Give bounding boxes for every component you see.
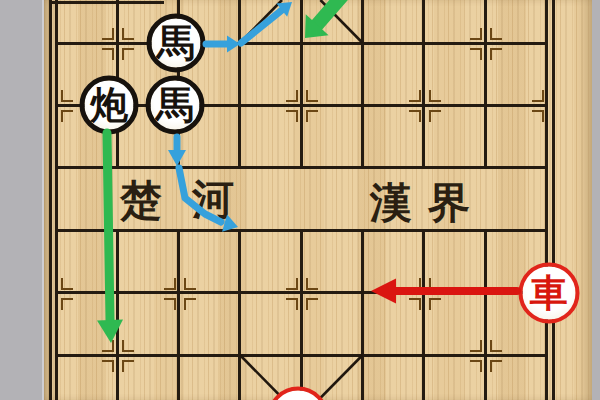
point-marker — [122, 48, 134, 60]
grid-vline — [361, 229, 364, 400]
point-marker — [61, 90, 73, 102]
piece-black-horse-upper[interactable]: 馬 — [146, 14, 205, 73]
point-marker — [122, 360, 134, 372]
point-marker — [490, 28, 502, 40]
river-char: 河 — [192, 172, 234, 228]
point-marker — [306, 90, 318, 102]
point-marker — [286, 298, 298, 310]
grid-vline — [300, 229, 303, 400]
piece-black-horse-lower[interactable]: 馬 — [145, 76, 204, 135]
point-marker — [409, 278, 421, 290]
point-marker — [184, 298, 196, 310]
point-marker — [306, 298, 318, 310]
grid-vline — [422, 229, 425, 400]
point-marker — [490, 340, 502, 352]
point-marker — [286, 278, 298, 290]
river-char: 界 — [428, 175, 470, 231]
piece-black-cannon[interactable]: 炮 — [80, 76, 139, 135]
point-marker — [102, 340, 114, 352]
point-marker — [102, 360, 114, 372]
point-marker — [409, 90, 421, 102]
point-marker — [409, 110, 421, 122]
river-char: 漢 — [370, 175, 412, 231]
piece-red-chariot[interactable]: 車 — [518, 262, 579, 323]
point-marker — [470, 340, 482, 352]
point-marker — [490, 48, 502, 60]
grid-hline — [50, 1, 164, 4]
xiangqi-board: 楚河漢界 馬炮馬車 — [0, 0, 600, 400]
point-marker — [102, 48, 114, 60]
grid-vline — [552, 0, 555, 400]
point-marker — [286, 110, 298, 122]
grid-vline — [177, 229, 180, 400]
point-marker — [122, 340, 134, 352]
point-marker — [532, 110, 544, 122]
point-marker — [470, 360, 482, 372]
point-marker — [184, 278, 196, 290]
grid-vline — [545, 0, 548, 400]
grid-vline — [55, 0, 58, 400]
point-marker — [429, 90, 441, 102]
grid-vline — [484, 229, 487, 400]
point-marker — [61, 278, 73, 290]
point-marker — [61, 110, 73, 122]
point-marker — [429, 278, 441, 290]
point-marker — [429, 298, 441, 310]
point-marker — [490, 360, 502, 372]
point-marker — [122, 28, 134, 40]
grid-vline — [116, 229, 119, 400]
river-char: 楚 — [120, 173, 162, 229]
point-marker — [409, 298, 421, 310]
grid-vline — [484, 0, 487, 169]
point-marker — [61, 298, 73, 310]
grid-vline — [238, 0, 241, 169]
point-marker — [306, 278, 318, 290]
grid-vline — [49, 0, 52, 400]
grid-vline — [238, 229, 241, 400]
point-marker — [470, 28, 482, 40]
grid-vline — [300, 0, 303, 169]
grid-vline — [422, 0, 425, 169]
point-marker — [164, 298, 176, 310]
point-marker — [286, 90, 298, 102]
point-marker — [470, 48, 482, 60]
point-marker — [532, 90, 544, 102]
point-marker — [102, 28, 114, 40]
point-marker — [429, 110, 441, 122]
grid-vline — [361, 0, 364, 169]
point-marker — [306, 110, 318, 122]
point-marker — [164, 278, 176, 290]
